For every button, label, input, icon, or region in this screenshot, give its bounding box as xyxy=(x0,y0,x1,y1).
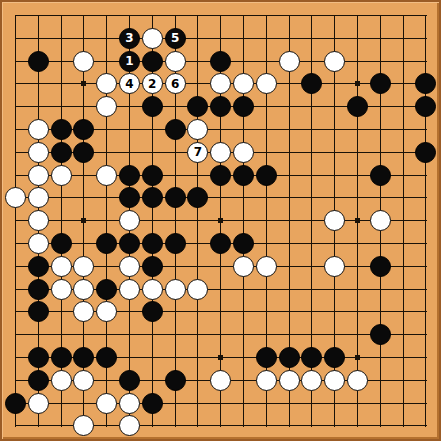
star-point xyxy=(355,218,360,223)
stone-black xyxy=(51,119,72,140)
stone-black xyxy=(5,393,26,414)
stone-black xyxy=(51,233,72,254)
star-point xyxy=(355,355,360,360)
stone-white xyxy=(256,256,277,277)
stone-black xyxy=(28,51,49,72)
stone-black xyxy=(51,142,72,163)
stone-black xyxy=(233,165,254,186)
stone-white xyxy=(142,28,163,49)
stone-black xyxy=(119,233,140,254)
stone-white xyxy=(28,233,49,254)
stone-black xyxy=(96,279,117,300)
stone-black xyxy=(28,256,49,277)
stone-black-move-5: 5 xyxy=(165,28,186,49)
stone-black xyxy=(165,119,186,140)
stone-black xyxy=(142,51,163,72)
go-board: 3514267 xyxy=(0,0,441,441)
stone-white xyxy=(119,415,140,436)
stone-white xyxy=(28,210,49,231)
stone-black xyxy=(51,347,72,368)
stone-black xyxy=(28,279,49,300)
stone-white xyxy=(210,142,231,163)
stone-black-move-1: 1 xyxy=(119,51,140,72)
stone-black xyxy=(142,233,163,254)
stone-white xyxy=(324,256,345,277)
stone-black xyxy=(256,347,277,368)
stone-white xyxy=(347,370,368,391)
stone-black xyxy=(119,370,140,391)
stone-white xyxy=(256,370,277,391)
stone-white xyxy=(233,256,254,277)
stone-white xyxy=(187,279,208,300)
stone-black xyxy=(415,96,436,117)
stone-black xyxy=(28,370,49,391)
stone-white xyxy=(165,279,186,300)
stone-white xyxy=(165,51,186,72)
star-point xyxy=(218,218,223,223)
stone-white xyxy=(210,370,231,391)
star-point xyxy=(81,218,86,223)
stone-black xyxy=(370,165,391,186)
stone-white xyxy=(279,370,300,391)
stone-white xyxy=(324,370,345,391)
stone-black xyxy=(279,347,300,368)
stone-black xyxy=(119,165,140,186)
stone-black xyxy=(415,73,436,94)
stone-white xyxy=(142,279,163,300)
stone-black-move-3: 3 xyxy=(119,28,140,49)
stone-black xyxy=(370,256,391,277)
star-point xyxy=(218,355,223,360)
stone-white xyxy=(51,165,72,186)
stone-black xyxy=(415,142,436,163)
stone-white xyxy=(51,279,72,300)
stone-black xyxy=(165,370,186,391)
stone-white xyxy=(119,393,140,414)
stone-white xyxy=(28,165,49,186)
stone-black xyxy=(142,96,163,117)
stone-white xyxy=(96,393,117,414)
stone-white xyxy=(233,142,254,163)
stone-white xyxy=(370,210,391,231)
stone-white xyxy=(51,256,72,277)
stone-white xyxy=(324,51,345,72)
stone-black xyxy=(256,165,277,186)
star-point xyxy=(355,81,360,86)
stone-white-move-6: 6 xyxy=(165,73,186,94)
stone-white xyxy=(119,256,140,277)
stone-white xyxy=(28,142,49,163)
stone-black xyxy=(142,256,163,277)
stone-white xyxy=(279,51,300,72)
stone-black xyxy=(370,324,391,345)
stone-black xyxy=(210,165,231,186)
stone-black xyxy=(28,347,49,368)
star-point xyxy=(81,81,86,86)
stone-black xyxy=(142,165,163,186)
stone-black xyxy=(142,393,163,414)
stone-white xyxy=(28,393,49,414)
stone-white xyxy=(96,165,117,186)
stone-white xyxy=(73,279,94,300)
stone-white xyxy=(51,370,72,391)
stone-black xyxy=(165,233,186,254)
stone-black xyxy=(233,233,254,254)
stone-black xyxy=(210,51,231,72)
stone-white xyxy=(119,279,140,300)
stone-black xyxy=(165,187,186,208)
stone-white xyxy=(73,51,94,72)
stone-white xyxy=(28,119,49,140)
stone-white xyxy=(73,415,94,436)
